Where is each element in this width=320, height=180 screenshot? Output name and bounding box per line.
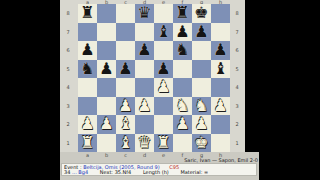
square-d8[interactable]: ♛ xyxy=(135,4,154,23)
square-c5[interactable]: ♟ xyxy=(116,60,135,79)
rank-label: 7 xyxy=(232,23,242,42)
material-info: Material: = xyxy=(180,170,208,175)
square-f6[interactable]: ♞ xyxy=(173,41,192,60)
white-pawn-icon: ♟ xyxy=(156,79,170,95)
square-d6[interactable]: ♟ xyxy=(135,41,154,60)
square-h1[interactable] xyxy=(211,134,230,153)
white-pawn-icon: ♟ xyxy=(175,116,189,132)
square-a1[interactable]: ♜ xyxy=(78,134,97,153)
square-e5[interactable]: ♟ xyxy=(154,60,173,79)
white-rook-icon: ♜ xyxy=(156,135,170,151)
square-f2[interactable]: ♟ xyxy=(173,115,192,134)
file-label: e xyxy=(154,153,173,158)
white-bishop-icon: ♝ xyxy=(118,135,132,151)
white-pawn-icon: ♟ xyxy=(213,98,227,114)
square-e7[interactable]: ♝ xyxy=(154,23,173,42)
square-h3[interactable]: ♟ xyxy=(211,97,230,116)
square-b7[interactable] xyxy=(97,23,116,42)
square-c7[interactable] xyxy=(116,23,135,42)
square-h6[interactable]: ♟ xyxy=(211,41,230,60)
square-g1[interactable]: ♚ xyxy=(192,134,211,153)
square-a6[interactable]: ♟ xyxy=(78,41,97,60)
square-h2[interactable] xyxy=(211,115,230,134)
black-pawn-icon: ♟ xyxy=(194,24,208,40)
black-pawn-icon: ♟ xyxy=(156,61,170,77)
video-frame: abcdefgh 87654321 87654321 ♜♛♜♚♝♟♟♟♟♞♟♞♟… xyxy=(0,0,320,180)
square-d4[interactable] xyxy=(135,78,154,97)
rank-label: 3 xyxy=(63,97,73,116)
square-f3[interactable]: ♞ xyxy=(173,97,192,116)
black-pawn-icon: ♟ xyxy=(213,42,227,58)
black-knight-icon: ♞ xyxy=(80,61,94,77)
event-value: Beltcija, Omis (2005, Round 9) xyxy=(83,165,159,170)
rank-label: 1 xyxy=(63,134,73,153)
black-king-icon: ♚ xyxy=(194,5,208,21)
square-e4[interactable]: ♟ xyxy=(154,78,173,97)
white-rook-icon: ♜ xyxy=(80,135,94,151)
square-e1[interactable]: ♜ xyxy=(154,134,173,153)
square-e3[interactable] xyxy=(154,97,173,116)
square-b5[interactable]: ♟ xyxy=(97,60,116,79)
black-rook-icon: ♜ xyxy=(175,5,189,21)
file-label: a xyxy=(78,153,97,158)
square-f1[interactable] xyxy=(173,134,192,153)
file-label: f xyxy=(173,153,192,158)
square-g8[interactable]: ♚ xyxy=(192,4,211,23)
square-g2[interactable]: ♟ xyxy=(192,115,211,134)
square-h4[interactable] xyxy=(211,78,230,97)
square-d2[interactable] xyxy=(135,115,154,134)
square-f4[interactable] xyxy=(173,78,192,97)
square-g7[interactable]: ♟ xyxy=(192,23,211,42)
square-a4[interactable] xyxy=(78,78,97,97)
square-a7[interactable] xyxy=(78,23,97,42)
square-g3[interactable]: ♞ xyxy=(192,97,211,116)
black-bishop-icon: ♝ xyxy=(213,61,227,77)
square-c3[interactable]: ♟ xyxy=(116,97,135,116)
square-d1[interactable]: ♛ xyxy=(135,134,154,153)
square-b1[interactable] xyxy=(97,134,116,153)
length-info: Length (h) xyxy=(143,170,169,175)
file-label: g xyxy=(192,153,211,158)
square-c1[interactable]: ♝ xyxy=(116,134,135,153)
event-label: Event : xyxy=(64,165,82,170)
eco-code: C95 xyxy=(169,165,179,170)
square-f8[interactable]: ♜ xyxy=(173,4,192,23)
file-labels-bottom: abcdefgh xyxy=(78,153,230,158)
square-b3[interactable] xyxy=(97,97,116,116)
square-b8[interactable] xyxy=(97,4,116,23)
square-b2[interactable]: ♟ xyxy=(97,115,116,134)
rank-label: 2 xyxy=(232,115,242,134)
rank-label: 6 xyxy=(63,41,73,60)
black-pawn-icon: ♟ xyxy=(175,24,189,40)
square-f5[interactable] xyxy=(173,60,192,79)
move-number: 34 xyxy=(64,170,70,175)
square-b6[interactable] xyxy=(97,41,116,60)
square-c2[interactable]: ♝ xyxy=(116,115,135,134)
black-queen-icon: ♛ xyxy=(137,5,151,21)
black-rook-icon: ♜ xyxy=(80,5,94,21)
white-bishop-icon: ♝ xyxy=(118,116,132,132)
white-pawn-icon: ♟ xyxy=(194,116,208,132)
black-bishop-icon: ♝ xyxy=(156,24,170,40)
square-a2[interactable]: ♟ xyxy=(78,115,97,134)
move-line: 34 ... Bg4 Next: 35.Nf4 Length (h) Mater… xyxy=(64,170,254,176)
rank-label: 8 xyxy=(232,4,242,23)
square-e8[interactable] xyxy=(154,4,173,23)
chess-board: ♜♛♜♚♝♟♟♟♟♞♟♞♟♟♟♝♟♟♟♞♞♟♟♟♝♟♟♜♝♛♜♚ xyxy=(78,4,230,153)
black-knight-icon: ♞ xyxy=(175,42,189,58)
square-h7[interactable] xyxy=(211,23,230,42)
square-c6[interactable] xyxy=(116,41,135,60)
square-d3[interactable]: ♟ xyxy=(135,97,154,116)
square-h8[interactable] xyxy=(211,4,230,23)
black-pawn-icon: ♟ xyxy=(118,61,132,77)
square-b4[interactable] xyxy=(97,78,116,97)
rank-label: 4 xyxy=(63,78,73,97)
rank-label: 2 xyxy=(63,115,73,134)
white-pawn-icon: ♟ xyxy=(80,116,94,132)
rank-labels-right: 87654321 xyxy=(232,4,242,152)
square-g6[interactable] xyxy=(192,41,211,60)
last-move: ... Bg4 xyxy=(72,170,88,175)
rank-label: 5 xyxy=(63,60,73,79)
square-g4[interactable] xyxy=(192,78,211,97)
square-g5[interactable] xyxy=(192,60,211,79)
square-a5[interactable]: ♞ xyxy=(78,60,97,79)
rank-label: 3 xyxy=(232,97,242,116)
next-move: Next: 35.Nf4 xyxy=(100,170,132,175)
rank-label: 6 xyxy=(232,41,242,60)
black-pawn-icon: ♟ xyxy=(137,42,151,58)
square-e6[interactable] xyxy=(154,41,173,60)
file-label: d xyxy=(135,153,154,158)
white-pawn-icon: ♟ xyxy=(137,98,151,114)
square-e2[interactable] xyxy=(154,115,173,134)
square-a8[interactable]: ♜ xyxy=(78,4,97,23)
square-a3[interactable] xyxy=(78,97,97,116)
rank-label: 8 xyxy=(63,4,73,23)
black-pawn-icon: ♟ xyxy=(99,61,113,77)
file-label: h xyxy=(211,153,230,158)
rank-label: 7 xyxy=(63,23,73,42)
square-f7[interactable]: ♟ xyxy=(173,23,192,42)
square-c4[interactable] xyxy=(116,78,135,97)
white-pawn-icon: ♟ xyxy=(99,116,113,132)
square-h5[interactable]: ♝ xyxy=(211,60,230,79)
square-d7[interactable] xyxy=(135,23,154,42)
file-label: c xyxy=(116,153,135,158)
white-knight-icon: ♞ xyxy=(194,98,208,114)
file-label: b xyxy=(97,153,116,158)
rank-label: 5 xyxy=(232,60,242,79)
rank-label: 1 xyxy=(232,134,242,153)
white-pawn-icon: ♟ xyxy=(118,98,132,114)
white-king-icon: ♚ xyxy=(194,135,208,151)
white-knight-icon: ♞ xyxy=(175,98,189,114)
white-queen-icon: ♛ xyxy=(137,135,151,151)
square-c8[interactable] xyxy=(116,4,135,23)
square-d5[interactable] xyxy=(135,60,154,79)
black-pawn-icon: ♟ xyxy=(80,42,94,58)
caption-box: Event : Beltcija, Omis (2005, Round 9) C… xyxy=(61,163,257,176)
rank-labels-left: 87654321 xyxy=(63,4,73,152)
rank-label: 4 xyxy=(232,78,242,97)
